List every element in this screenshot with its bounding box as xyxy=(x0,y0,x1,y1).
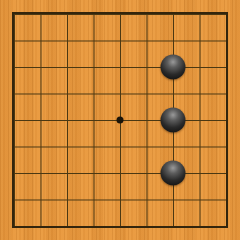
board-grid[interactable] xyxy=(12,12,228,228)
star-point-e5 xyxy=(117,117,124,124)
stone-black-g7[interactable] xyxy=(161,55,186,80)
stone-black-g3[interactable] xyxy=(161,161,186,186)
goban xyxy=(0,0,240,240)
stone-black-g5[interactable] xyxy=(161,108,186,133)
